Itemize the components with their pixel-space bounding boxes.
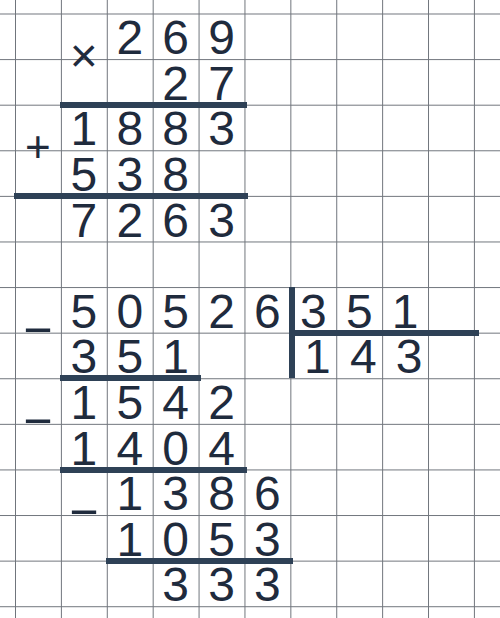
digit-cell-r3c2: 3	[107, 152, 153, 198]
digit-cell-r1c4: 7	[199, 61, 245, 107]
digit-cell-r9c4: 4	[199, 426, 245, 472]
digit-cell-r2c2: 8	[107, 107, 153, 153]
digit-cell-r4c4: 3	[199, 198, 245, 244]
digit-cell-r4c2: 2	[107, 198, 153, 244]
digit-cell-r4c3: 6	[153, 198, 199, 244]
minus-sign: −	[61, 489, 107, 535]
digit-cell-r6c4: 2	[199, 289, 245, 335]
digit-cell-r9c3: 0	[153, 426, 199, 472]
digit-cell-r10c5: 6	[245, 472, 291, 518]
digit-cell-r6c1: 5	[61, 289, 107, 335]
digit-cell-r3c3: 8	[153, 152, 199, 198]
digit-cell-r10c4: 8	[199, 472, 245, 518]
digit-cell-r6c8: 1	[382, 289, 428, 335]
minus-sign: −	[15, 398, 61, 444]
digit-cell-r0c4: 9	[199, 16, 245, 62]
digit-cell-r9c1: 1	[61, 426, 107, 472]
digit-cell-r0c2: 2	[107, 16, 153, 62]
digit-cell-r11c2: 1	[107, 517, 153, 563]
plus-sign: +	[15, 125, 61, 171]
digit-cell-r7c2: 5	[107, 335, 153, 381]
digit-cell-r6c6: 3	[290, 289, 336, 335]
digit-cell-r6c7: 5	[336, 289, 382, 335]
digit-cell-r8c4: 2	[199, 380, 245, 426]
digit-cell-r8c3: 4	[153, 380, 199, 426]
digit-cell-r6c3: 5	[153, 289, 199, 335]
digit-cell-r11c5: 3	[245, 517, 291, 563]
multiply-sign: ×	[61, 33, 107, 79]
digit-cell-r10c2: 1	[107, 472, 153, 518]
digit-cell-r7c6: 1	[294, 335, 340, 381]
digit-cell-r3c1: 5	[61, 152, 107, 198]
digit-cell-r4c1: 7	[61, 198, 107, 244]
digit-cell-r6c2: 0	[107, 289, 153, 335]
minus-sign: −	[15, 307, 61, 353]
digit-cell-r12c5: 3	[245, 563, 291, 609]
rule-under-subtrahend-1053	[106, 558, 294, 564]
squared-paper-worksheet: 2692718835387263505263513511431542140413…	[0, 0, 500, 618]
rule-under-multiplier	[60, 102, 248, 108]
digit-cell-r12c3: 3	[153, 563, 199, 609]
digit-cell-r8c2: 5	[107, 380, 153, 426]
division-bracket-bar	[289, 287, 295, 378]
digit-cell-r2c1: 1	[61, 107, 107, 153]
digit-cell-r12c4: 3	[199, 563, 245, 609]
rule-under-partial-products	[14, 193, 248, 199]
digit-cell-r11c3: 0	[153, 517, 199, 563]
digit-cell-r7c7: 4	[340, 335, 386, 381]
digit-cell-r1c3: 2	[153, 61, 199, 107]
digit-cell-r6c5: 6	[245, 289, 291, 335]
digit-cell-r10c3: 3	[153, 472, 199, 518]
digit-cell-r0c3: 6	[153, 16, 199, 62]
digit-cell-r2c4: 3	[199, 107, 245, 153]
rule-under-divisor	[289, 330, 479, 336]
digit-cell-r9c2: 4	[107, 426, 153, 472]
digit-cell-r7c1: 3	[61, 335, 107, 381]
digit-cell-r7c3: 1	[153, 335, 199, 381]
digit-cell-r11c4: 5	[199, 517, 245, 563]
rule-under-subtrahend-351	[60, 375, 201, 381]
digit-cell-r7c8: 3	[386, 335, 432, 381]
digit-cell-r2c3: 8	[153, 107, 199, 153]
rule-under-subtrahend-1404	[60, 467, 248, 473]
digit-cell-r8c1: 1	[61, 380, 107, 426]
